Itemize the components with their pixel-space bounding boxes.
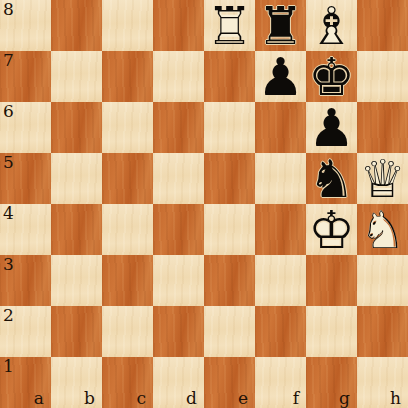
rank-label-8: 8 (3, 0, 14, 20)
square-a6[interactable]: 6 (0, 102, 51, 153)
square-h7[interactable] (357, 51, 408, 102)
rank-label-5: 5 (3, 153, 14, 173)
square-b1[interactable]: b (51, 357, 102, 408)
square-e5[interactable] (204, 153, 255, 204)
square-e4[interactable] (204, 204, 255, 255)
square-a5[interactable]: 5 (0, 153, 51, 204)
file-label-e: e (238, 389, 248, 408)
square-g8[interactable]: ♝♗ (306, 0, 357, 51)
square-e7[interactable] (204, 51, 255, 102)
file-label-h: h (390, 389, 401, 408)
piece-glyph-fill: ♞ (357, 204, 408, 255)
black-king[interactable]: ♚ (306, 51, 357, 102)
piece-glyph-fill: ♜ (255, 0, 306, 51)
square-c5[interactable] (102, 153, 153, 204)
square-f5[interactable] (255, 153, 306, 204)
chess-board: 8♜♖♜♝♗7♟♚6♟5♞♛♕4♚♔♞♘321abcdefgh (0, 0, 408, 408)
square-b2[interactable] (51, 306, 102, 357)
square-h4[interactable]: ♞♘ (357, 204, 408, 255)
piece-glyph-outline: ♖ (204, 0, 255, 51)
piece-glyph-outline: ♔ (306, 204, 357, 255)
file-label-f: f (293, 389, 299, 408)
square-g2[interactable] (306, 306, 357, 357)
square-a3[interactable]: 3 (0, 255, 51, 306)
square-g7[interactable]: ♚ (306, 51, 357, 102)
rank-label-6: 6 (3, 102, 14, 122)
piece-glyph-fill: ♛ (357, 153, 408, 204)
square-f4[interactable] (255, 204, 306, 255)
piece-glyph-fill: ♜ (204, 0, 255, 51)
file-label-g: g (339, 389, 350, 408)
black-pawn[interactable]: ♟ (306, 102, 357, 153)
black-rook[interactable]: ♜ (255, 0, 306, 51)
piece-glyph-fill: ♚ (306, 204, 357, 255)
square-d7[interactable] (153, 51, 204, 102)
rank-label-3: 3 (3, 255, 14, 275)
square-g3[interactable] (306, 255, 357, 306)
square-b6[interactable] (51, 102, 102, 153)
square-f6[interactable] (255, 102, 306, 153)
square-e3[interactable] (204, 255, 255, 306)
square-d1[interactable]: d (153, 357, 204, 408)
square-a8[interactable]: 8 (0, 0, 51, 51)
rank-label-1: 1 (3, 357, 14, 377)
square-d8[interactable] (153, 0, 204, 51)
file-label-c: c (136, 389, 146, 408)
square-d2[interactable] (153, 306, 204, 357)
file-label-d: d (186, 389, 197, 408)
square-a7[interactable]: 7 (0, 51, 51, 102)
square-e6[interactable] (204, 102, 255, 153)
square-e8[interactable]: ♜♖ (204, 0, 255, 51)
square-c8[interactable] (102, 0, 153, 51)
square-b5[interactable] (51, 153, 102, 204)
square-f7[interactable]: ♟ (255, 51, 306, 102)
piece-glyph-fill: ♚ (306, 51, 357, 102)
white-queen[interactable]: ♛♕ (357, 153, 408, 204)
square-e1[interactable]: e (204, 357, 255, 408)
rank-label-7: 7 (3, 51, 14, 71)
square-f8[interactable]: ♜ (255, 0, 306, 51)
black-knight[interactable]: ♞ (306, 153, 357, 204)
square-b8[interactable] (51, 0, 102, 51)
square-c4[interactable] (102, 204, 153, 255)
square-g6[interactable]: ♟ (306, 102, 357, 153)
black-pawn[interactable]: ♟ (255, 51, 306, 102)
square-a4[interactable]: 4 (0, 204, 51, 255)
square-h6[interactable] (357, 102, 408, 153)
square-c3[interactable] (102, 255, 153, 306)
piece-glyph-fill: ♝ (306, 0, 357, 51)
square-g4[interactable]: ♚♔ (306, 204, 357, 255)
piece-glyph-outline: ♕ (357, 153, 408, 204)
square-g5[interactable]: ♞ (306, 153, 357, 204)
square-c7[interactable] (102, 51, 153, 102)
square-a2[interactable]: 2 (0, 306, 51, 357)
white-rook[interactable]: ♜♖ (204, 0, 255, 51)
white-bishop[interactable]: ♝♗ (306, 0, 357, 51)
file-label-a: a (34, 389, 44, 408)
piece-glyph-fill: ♟ (255, 51, 306, 102)
square-h1[interactable]: h (357, 357, 408, 408)
square-f3[interactable] (255, 255, 306, 306)
square-d5[interactable] (153, 153, 204, 204)
white-king[interactable]: ♚♔ (306, 204, 357, 255)
square-e2[interactable] (204, 306, 255, 357)
file-label-b: b (84, 389, 95, 408)
square-g1[interactable]: g (306, 357, 357, 408)
rank-label-4: 4 (3, 204, 14, 224)
rank-label-2: 2 (3, 306, 14, 326)
square-c2[interactable] (102, 306, 153, 357)
square-h3[interactable] (357, 255, 408, 306)
square-a1[interactable]: 1a (0, 357, 51, 408)
square-h8[interactable] (357, 0, 408, 51)
square-c1[interactable]: c (102, 357, 153, 408)
square-h2[interactable] (357, 306, 408, 357)
square-b3[interactable] (51, 255, 102, 306)
square-b4[interactable] (51, 204, 102, 255)
white-knight[interactable]: ♞♘ (357, 204, 408, 255)
piece-glyph-fill: ♞ (306, 153, 357, 204)
square-d6[interactable] (153, 102, 204, 153)
square-f1[interactable]: f (255, 357, 306, 408)
square-d3[interactable] (153, 255, 204, 306)
piece-glyph-fill: ♟ (306, 102, 357, 153)
square-b7[interactable] (51, 51, 102, 102)
square-d4[interactable] (153, 204, 204, 255)
square-f2[interactable] (255, 306, 306, 357)
piece-glyph-outline: ♗ (306, 0, 357, 51)
piece-glyph-outline: ♘ (357, 204, 408, 255)
square-c6[interactable] (102, 102, 153, 153)
square-h5[interactable]: ♛♕ (357, 153, 408, 204)
